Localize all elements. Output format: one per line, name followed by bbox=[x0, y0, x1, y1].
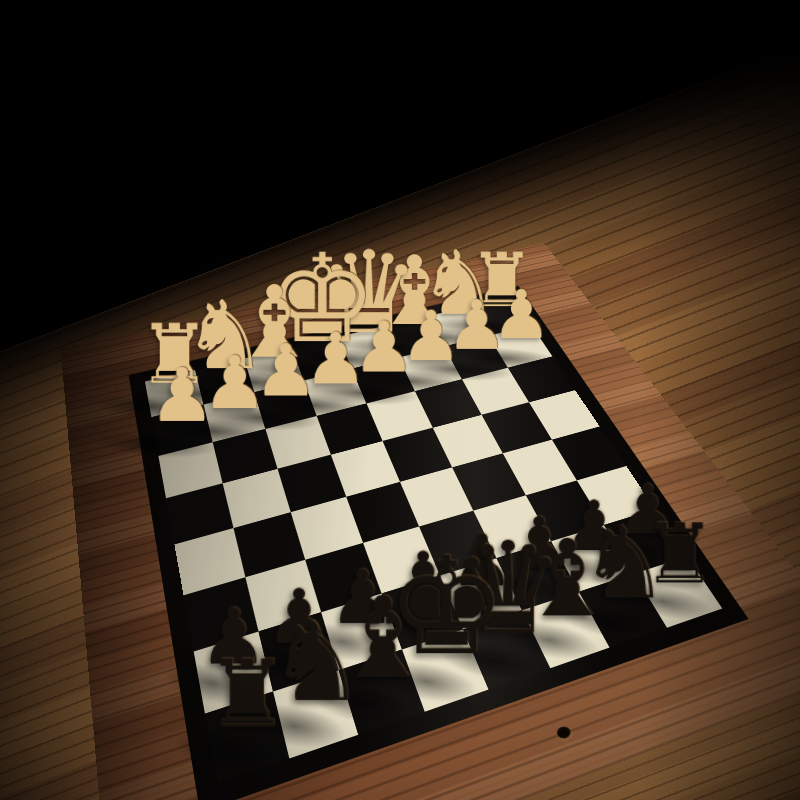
board-border: ♜♞♝♚♛♝♞♜♟♟♟♟♟♟♟♟♟♟♟♟♟♟♟♟♜♞♝♚♛♝♞♜ bbox=[129, 286, 749, 800]
chessboard-photo: ♜♞♝♚♛♝♞♜♟♟♟♟♟♟♟♟♟♟♟♟♟♟♟♟♜♞♝♚♛♝♞♜ bbox=[0, 0, 800, 800]
black-rook: ♜ bbox=[108, 647, 387, 741]
white-pawn: ♟ bbox=[78, 359, 287, 433]
square-h8: ♜ bbox=[205, 692, 289, 784]
frame-hole bbox=[555, 725, 573, 740]
square-h2: ♟ bbox=[151, 405, 212, 456]
board-scene: ♜♞♝♚♛♝♞♜♟♟♟♟♟♟♟♟♟♟♟♟♟♟♟♟♜♞♝♚♛♝♞♜ bbox=[0, 0, 800, 800]
chess-board: ♜♞♝♚♛♝♞♜♟♟♟♟♟♟♟♟♟♟♟♟♟♟♟♟♜♞♝♚♛♝♞♜ bbox=[61, 243, 800, 800]
checkerboard: ♜♞♝♚♛♝♞♜♟♟♟♟♟♟♟♟♟♟♟♟♟♟♟♟♜♞♝♚♛♝♞♜ bbox=[145, 297, 722, 784]
